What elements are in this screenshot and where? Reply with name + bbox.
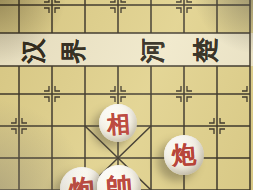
piece-character: 帥 (105, 173, 133, 190)
piece-character: 相 (106, 111, 131, 136)
piece-red-king[interactable]: 帥 (97, 165, 141, 190)
piece-red-elephant[interactable]: 相 (99, 104, 137, 142)
piece-character: 炮 (171, 142, 197, 168)
xiangqi-board: 汉界河楚 相炮炮帥 (0, 0, 253, 190)
piece-layer: 相炮炮帥 (0, 0, 253, 190)
piece-character: 炮 (68, 175, 96, 190)
piece-red-cannon[interactable]: 炮 (164, 135, 204, 175)
